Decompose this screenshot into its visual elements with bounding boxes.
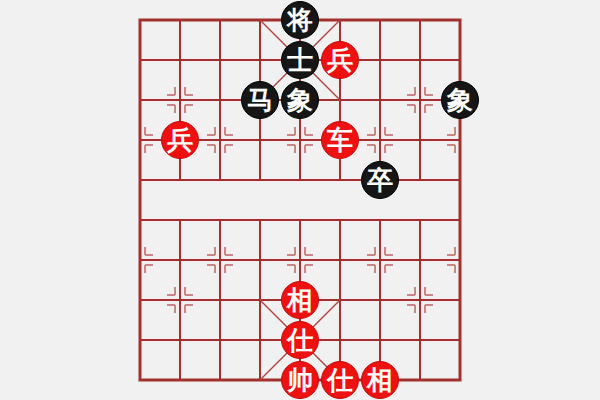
piece-red-elephant[interactable]: 相 bbox=[361, 361, 399, 399]
piece-black-elephant[interactable]: 象 bbox=[441, 81, 479, 119]
piece-red-advisor[interactable]: 仕 bbox=[321, 361, 359, 399]
piece-red-soldier[interactable]: 兵 bbox=[161, 121, 199, 159]
piece-red-elephant[interactable]: 相 bbox=[281, 281, 319, 319]
piece-red-soldier[interactable]: 兵 bbox=[321, 41, 359, 79]
pieces-layer: 将士兵马象象兵车卒相仕帅仕相 bbox=[120, 0, 480, 400]
piece-black-elephant[interactable]: 象 bbox=[281, 81, 319, 119]
xiangqi-board: 将士兵马象象兵车卒相仕帅仕相 bbox=[0, 0, 600, 400]
piece-black-horse[interactable]: 马 bbox=[241, 81, 279, 119]
piece-red-general[interactable]: 帅 bbox=[281, 361, 319, 399]
piece-red-advisor[interactable]: 仕 bbox=[281, 321, 319, 359]
piece-red-chariot[interactable]: 车 bbox=[321, 121, 359, 159]
piece-black-soldier[interactable]: 卒 bbox=[361, 161, 399, 199]
piece-black-advisor[interactable]: 士 bbox=[281, 41, 319, 79]
piece-black-general[interactable]: 将 bbox=[281, 1, 319, 39]
